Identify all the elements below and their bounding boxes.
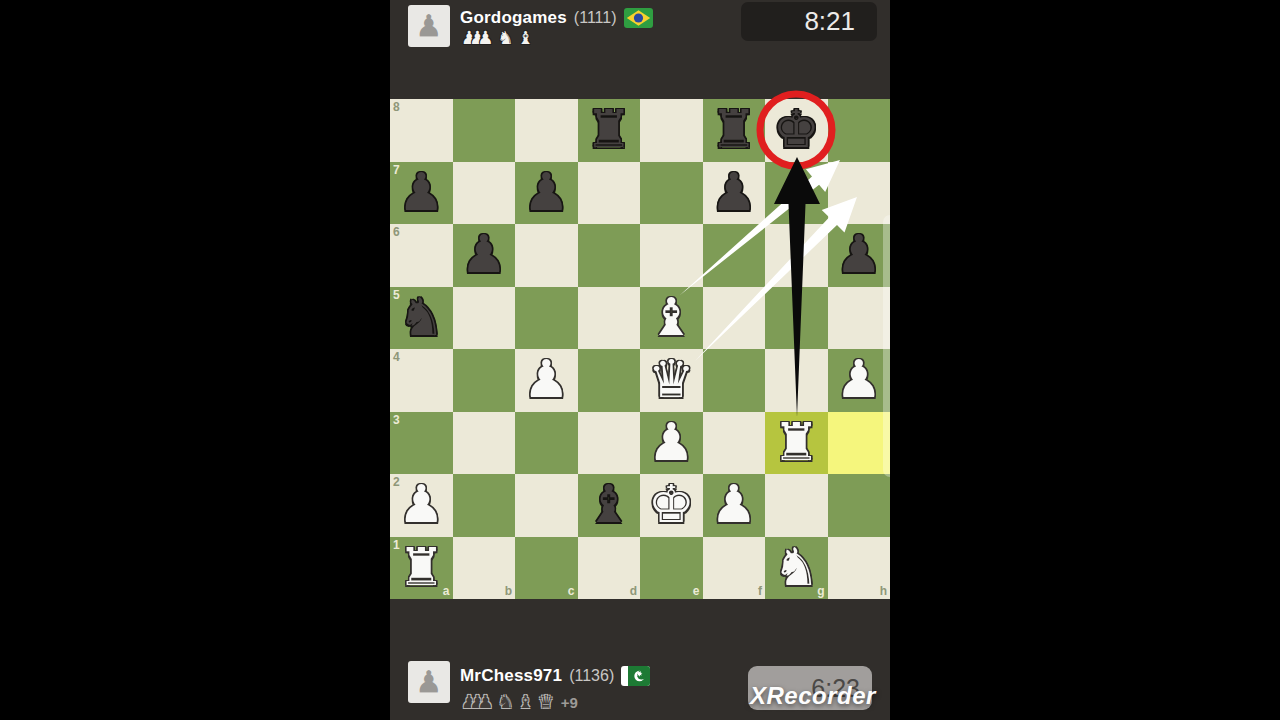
overlay-panel-edge[interactable] (883, 215, 890, 477)
top-player-avatar[interactable]: ♟ (408, 5, 450, 47)
bottom-player-name[interactable]: MrChess971 (460, 666, 562, 686)
square-b7[interactable] (453, 162, 516, 225)
square-b1[interactable]: b (453, 537, 516, 600)
rank-label-3: 3 (393, 414, 400, 426)
file-label-c: c (568, 585, 575, 597)
black-king-g8[interactable]: ♚ (773, 103, 820, 155)
black-rook-f8[interactable]: ♜ (710, 103, 757, 155)
rank-label-4: 4 (393, 351, 400, 363)
square-h3[interactable] (828, 412, 891, 475)
captured-pawn-icon: ♟ (477, 29, 493, 47)
square-d7[interactable] (578, 162, 641, 225)
square-c5[interactable] (515, 287, 578, 350)
square-h2[interactable] (828, 474, 891, 537)
square-g6[interactable] (765, 224, 828, 287)
square-d5[interactable] (578, 287, 641, 350)
file-label-f: f (758, 585, 762, 597)
square-b3[interactable] (453, 412, 516, 475)
square-c6[interactable] (515, 224, 578, 287)
white-pawn-e3[interactable]: ♟ (648, 416, 695, 468)
black-pawn-f7[interactable]: ♟ (710, 166, 757, 218)
square-c8[interactable] (515, 99, 578, 162)
square-h8[interactable] (828, 99, 891, 162)
bottom-player-name-row[interactable]: MrChess971 (1136) (460, 664, 650, 688)
captured-queen-icon: ♛ (538, 693, 554, 711)
square-e6[interactable] (640, 224, 703, 287)
square-d3[interactable] (578, 412, 641, 475)
captured-bishop-icon: ♝ (518, 29, 534, 47)
black-pawn-c7[interactable]: ♟ (523, 166, 570, 218)
top-player-rating: (1111) (574, 9, 617, 27)
square-g3[interactable]: ♜ (765, 412, 828, 475)
captured-knight-icon: ♞ (497, 693, 513, 711)
square-h1[interactable]: h (828, 537, 891, 600)
square-h7[interactable] (828, 162, 891, 225)
white-rook-g3[interactable]: ♜ (773, 416, 820, 468)
white-knight-g1[interactable]: ♞ (773, 541, 820, 593)
file-label-g: g (817, 585, 824, 597)
rank-label-5: 5 (393, 289, 400, 301)
square-e2[interactable]: ♚ (640, 474, 703, 537)
square-e5[interactable]: ♝ (640, 287, 703, 350)
square-a4[interactable]: 4 (390, 349, 453, 412)
square-a3[interactable]: 3 (390, 412, 453, 475)
square-b2[interactable] (453, 474, 516, 537)
square-d8[interactable]: ♜ (578, 99, 641, 162)
square-b5[interactable] (453, 287, 516, 350)
square-d1[interactable]: d (578, 537, 641, 600)
square-f8[interactable]: ♜ (703, 99, 766, 162)
white-queen-e4[interactable]: ♛ (648, 353, 695, 405)
square-a1[interactable]: 1a♜ (390, 537, 453, 600)
square-a7[interactable]: 7♟ (390, 162, 453, 225)
captured-pawn-icon: ♟ (477, 693, 493, 711)
white-pawn-a2[interactable]: ♟ (398, 478, 445, 530)
square-g5[interactable] (765, 287, 828, 350)
black-pawn-h6[interactable]: ♟ (835, 228, 882, 280)
black-bishop-d2[interactable]: ♝ (585, 478, 632, 530)
brazil-flag-icon (624, 8, 653, 28)
square-e7[interactable] (640, 162, 703, 225)
chess-board: 8♜♜♚7♟♟♟6♟♟5♞♝4♟♛♟3♟♜2♟♝♚♟1a♜bcdefg♞h (390, 99, 890, 599)
bottom-player-captured-row: ♟♟♟♞♝♛ +9 (461, 693, 578, 711)
square-c4[interactable]: ♟ (515, 349, 578, 412)
square-h4[interactable]: ♟ (828, 349, 891, 412)
bottom-player-avatar[interactable]: ♟ (408, 661, 450, 703)
white-pawn-h4[interactable]: ♟ (835, 353, 882, 405)
file-label-e: e (693, 585, 700, 597)
captured-bishop-icon: ♝ (518, 693, 534, 711)
avatar-pawn-icon: ♟ (416, 667, 443, 697)
square-d6[interactable] (578, 224, 641, 287)
chess-app-window: ♟ Gordogames (1111) ♟♟♟♞♝ 8:21 8♜♜♚7♟♟♟6… (390, 0, 890, 720)
square-h5[interactable] (828, 287, 891, 350)
square-g1[interactable]: g♞ (765, 537, 828, 600)
square-f4[interactable] (703, 349, 766, 412)
square-a2[interactable]: 2♟ (390, 474, 453, 537)
file-label-a: a (443, 585, 450, 597)
square-e4[interactable]: ♛ (640, 349, 703, 412)
square-h6[interactable]: ♟ (828, 224, 891, 287)
square-a8[interactable]: 8 (390, 99, 453, 162)
square-c1[interactable]: c (515, 537, 578, 600)
top-player-clock: 8:21 (741, 2, 877, 41)
square-a5[interactable]: 5♞ (390, 287, 453, 350)
bottom-captured-pieces: ♟♟♟♞♝♛ (461, 693, 554, 711)
square-d2[interactable]: ♝ (578, 474, 641, 537)
white-king-e2[interactable]: ♚ (648, 478, 695, 530)
square-e3[interactable]: ♟ (640, 412, 703, 475)
captured-knight-icon: ♞ (497, 29, 513, 47)
avatar-pawn-icon: ♟ (416, 11, 443, 41)
square-g4[interactable] (765, 349, 828, 412)
top-player-captured-row: ♟♟♟♞♝ (461, 29, 541, 47)
xrecorder-watermark: XRecorder (750, 682, 876, 710)
square-f1[interactable]: f (703, 537, 766, 600)
rank-label-2: 2 (393, 476, 400, 488)
square-f6[interactable] (703, 224, 766, 287)
file-label-h: h (880, 585, 887, 597)
black-pawn-b6[interactable]: ♟ (460, 228, 507, 280)
square-b6[interactable]: ♟ (453, 224, 516, 287)
file-label-b: b (505, 585, 512, 597)
square-c2[interactable] (515, 474, 578, 537)
black-pawn-a7[interactable]: ♟ (398, 166, 445, 218)
square-c7[interactable]: ♟ (515, 162, 578, 225)
pakistan-flag-icon (621, 666, 650, 686)
white-pawn-c4[interactable]: ♟ (523, 353, 570, 405)
square-e8[interactable] (640, 99, 703, 162)
square-f2[interactable]: ♟ (703, 474, 766, 537)
square-f3[interactable] (703, 412, 766, 475)
white-bishop-e5[interactable]: ♝ (648, 291, 695, 343)
white-pawn-f2[interactable]: ♟ (710, 478, 757, 530)
square-a6[interactable]: 6 (390, 224, 453, 287)
white-rook-a1[interactable]: ♜ (398, 541, 445, 593)
top-captured-pieces: ♟♟♟♞♝ (461, 29, 534, 47)
square-b8[interactable] (453, 99, 516, 162)
square-f5[interactable] (703, 287, 766, 350)
rank-label-6: 6 (393, 226, 400, 238)
square-e1[interactable]: e (640, 537, 703, 600)
rank-label-7: 7 (393, 164, 400, 176)
square-b4[interactable] (453, 349, 516, 412)
square-d4[interactable] (578, 349, 641, 412)
rank-label-1: 1 (393, 539, 400, 551)
rank-label-8: 8 (393, 101, 400, 113)
square-f7[interactable]: ♟ (703, 162, 766, 225)
square-c3[interactable] (515, 412, 578, 475)
square-g8[interactable]: ♚ (765, 99, 828, 162)
top-player-name[interactable]: Gordogames (460, 8, 567, 28)
square-g2[interactable] (765, 474, 828, 537)
black-rook-d8[interactable]: ♜ (585, 103, 632, 155)
bottom-player-score: +9 (561, 694, 578, 711)
square-g7[interactable] (765, 162, 828, 225)
black-knight-a5[interactable]: ♞ (398, 291, 445, 343)
file-label-d: d (630, 585, 637, 597)
bottom-player-rating: (1136) (569, 667, 614, 685)
